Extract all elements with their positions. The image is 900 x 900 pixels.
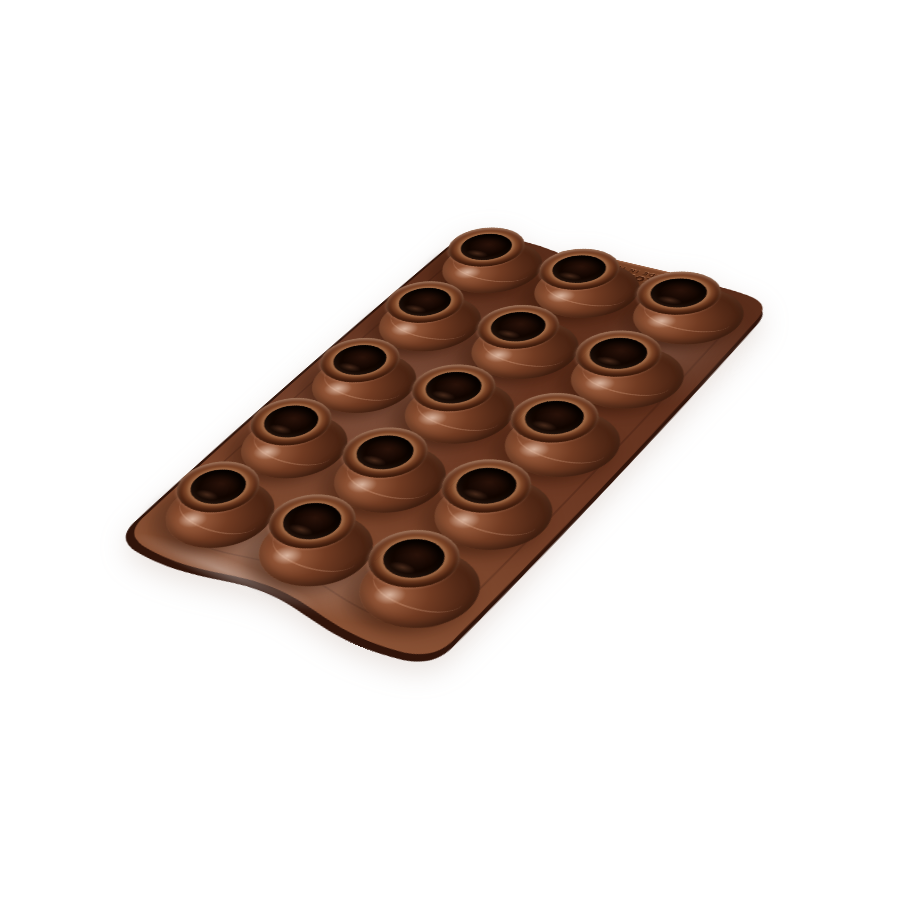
cavity-hole [579,333,657,374]
cavity-hole [415,367,492,409]
cavity-hole [445,462,527,510]
cavity-hole [346,430,425,475]
cavity-hole [481,307,556,346]
cavity-hole [514,395,594,440]
mould-tray: silikomart® MADE IN ITALY [115,228,778,668]
cavity-hole [323,340,396,380]
cavity-hole [641,274,717,312]
chocolate-mould: silikomart® MADE IN ITALY [0,0,900,900]
cavity-hole [180,464,257,510]
cavity-hole [272,497,353,546]
cavity-hole [451,230,521,264]
cavity-hole [253,400,328,443]
cavity-hole [543,251,616,287]
cavity-hole [389,284,461,321]
product-photo: silikomart® MADE IN ITALY [0,0,900,900]
cavity-hole [372,533,457,585]
